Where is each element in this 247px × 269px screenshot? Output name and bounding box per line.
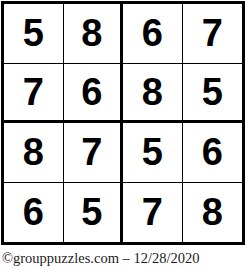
copyright-footer: ©grouppuzzles.com – 12/28/2020 bbox=[2, 250, 199, 267]
cell-r1c2: 8 bbox=[64, 4, 124, 64]
cell-r4c1: 6 bbox=[4, 183, 64, 243]
cell-r3c1: 8 bbox=[4, 123, 64, 183]
cell-r1c1: 5 bbox=[4, 4, 64, 64]
cell-r2c2: 6 bbox=[64, 64, 124, 124]
cell-r1c4: 7 bbox=[183, 4, 243, 64]
cell-r2c1: 7 bbox=[4, 64, 64, 124]
cell-r2c3: 8 bbox=[123, 64, 183, 124]
cell-r3c3: 5 bbox=[123, 123, 183, 183]
cell-r1c3: 6 bbox=[123, 4, 183, 64]
cell-r3c4: 6 bbox=[183, 123, 243, 183]
cell-r4c3: 7 bbox=[123, 183, 183, 243]
sudoku-board: 5 8 6 7 7 6 8 5 8 7 5 6 6 5 7 8 bbox=[1, 1, 245, 245]
cell-r3c2: 7 bbox=[64, 123, 124, 183]
cell-r4c4: 8 bbox=[183, 183, 243, 243]
cell-r2c4: 5 bbox=[183, 64, 243, 124]
sudoku-puzzle-page: 5 8 6 7 7 6 8 5 8 7 5 6 6 5 7 8 ©grouppu… bbox=[0, 0, 247, 269]
cell-r4c2: 5 bbox=[64, 183, 124, 243]
